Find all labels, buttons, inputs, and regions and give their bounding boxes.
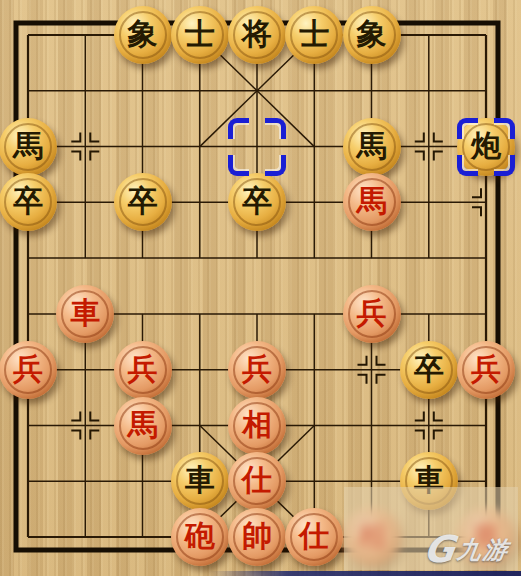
piece-red-soldier[interactable]: 兵 — [343, 285, 401, 343]
piece-black-horse[interactable]: 馬 — [0, 118, 57, 176]
piece-glyph: 兵 — [128, 354, 158, 384]
highlight-corner-icon — [265, 118, 286, 139]
piece-red-soldier[interactable]: 兵 — [228, 341, 286, 399]
piece-red-elephant[interactable]: 相 — [228, 397, 286, 455]
jiuyou-logo-icon: G — [421, 528, 457, 571]
piece-glyph: 馬 — [357, 131, 387, 161]
piece-glyph: 相 — [242, 410, 272, 440]
piece-glyph: 象 — [357, 19, 387, 49]
move-highlight-brackets — [457, 118, 515, 176]
piece-glyph: 卒 — [128, 186, 158, 216]
piece-red-chariot[interactable]: 車 — [56, 285, 114, 343]
piece-red-soldier[interactable]: 兵 — [457, 341, 515, 399]
piece-black-elephant[interactable]: 象 — [343, 6, 401, 64]
screenshot-edge-strip — [0, 571, 521, 576]
piece-glyph: 兵 — [357, 298, 387, 328]
piece-red-horse[interactable]: 馬 — [343, 173, 401, 231]
piece-red-soldier[interactable]: 兵 — [0, 341, 57, 399]
piece-red-general[interactable]: 帥 — [228, 508, 286, 566]
piece-glyph: 兵 — [13, 354, 43, 384]
piece-red-soldier[interactable]: 兵 — [114, 341, 172, 399]
piece-glyph: 馬 — [128, 410, 158, 440]
piece-glyph: 士 — [185, 19, 215, 49]
piece-glyph: 象 — [128, 19, 158, 49]
highlight-corner-icon — [494, 118, 515, 139]
piece-red-cannon[interactable]: 砲 — [171, 508, 229, 566]
highlight-corner-icon — [228, 118, 249, 139]
jiuyou-watermark: G九游 — [421, 528, 512, 571]
piece-red-horse[interactable]: 馬 — [114, 397, 172, 455]
xiangqi-game-screen: 象士将士象馬馬炮卒卒卒馬車兵兵兵兵卒兵馬相車仕車砲帥仕相車 G九游 — [0, 0, 521, 576]
piece-red-advisor[interactable]: 仕 — [228, 452, 286, 510]
highlight-corner-icon — [457, 155, 478, 176]
piece-glyph: 馬 — [13, 131, 43, 161]
piece-black-advisor[interactable]: 士 — [285, 6, 343, 64]
piece-black-soldier[interactable]: 卒 — [400, 341, 458, 399]
highlight-corner-icon — [494, 155, 515, 176]
piece-glyph: 将 — [242, 19, 272, 49]
piece-black-soldier[interactable]: 卒 — [228, 173, 286, 231]
piece-glyph: 仕 — [299, 521, 329, 551]
piece-glyph: 馬 — [357, 186, 387, 216]
highlight-corner-icon — [265, 155, 286, 176]
piece-glyph: 兵 — [471, 354, 501, 384]
piece-red-advisor[interactable]: 仕 — [285, 508, 343, 566]
piece-black-soldier[interactable]: 卒 — [114, 173, 172, 231]
piece-glyph: 帥 — [242, 521, 272, 551]
highlight-corner-icon — [457, 118, 478, 139]
piece-glyph: 仕 — [242, 465, 272, 495]
jiuyou-watermark-text: 九游 — [455, 536, 511, 564]
piece-glyph: 卒 — [414, 354, 444, 384]
piece-glyph: 砲 — [185, 521, 215, 551]
piece-black-general[interactable]: 将 — [228, 6, 286, 64]
piece-black-advisor[interactable]: 士 — [171, 6, 229, 64]
move-highlight-brackets — [228, 118, 286, 176]
piece-black-horse[interactable]: 馬 — [343, 118, 401, 176]
piece-glyph: 車 — [70, 298, 100, 328]
piece-black-elephant[interactable]: 象 — [114, 6, 172, 64]
piece-glyph: 士 — [299, 19, 329, 49]
piece-glyph: 卒 — [242, 186, 272, 216]
piece-glyph: 車 — [185, 465, 215, 495]
piece-glyph: 卒 — [13, 186, 43, 216]
highlight-corner-icon — [228, 155, 249, 176]
piece-glyph: 兵 — [242, 354, 272, 384]
piece-black-chariot[interactable]: 車 — [171, 452, 229, 510]
